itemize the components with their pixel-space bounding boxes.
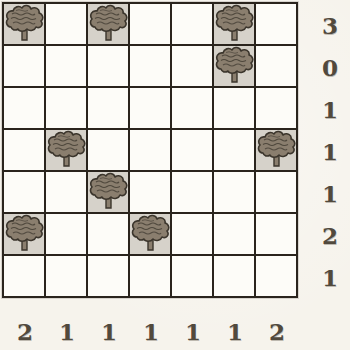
tree-cell-r1-c5 — [214, 46, 254, 86]
empty-cell-r1-c1[interactable] — [46, 46, 86, 86]
row-clue-6: 1 — [312, 256, 348, 298]
empty-cell-r4-c0[interactable] — [4, 172, 44, 212]
row-clue-2: 1 — [312, 88, 348, 130]
empty-cell-r3-c0[interactable] — [4, 130, 44, 170]
col-clue-2: 1 — [88, 312, 130, 350]
board — [2, 2, 298, 298]
tree-icon — [4, 4, 44, 44]
empty-cell-r5-c1[interactable] — [46, 214, 86, 254]
tree-cell-r0-c0 — [4, 4, 44, 44]
col-clues: 2111112 — [4, 312, 298, 350]
empty-cell-r4-c6[interactable] — [256, 172, 296, 212]
empty-cell-r6-c2[interactable] — [88, 256, 128, 296]
tree-cell-r5-c0 — [4, 214, 44, 254]
puzzle-page: 3011121 2111112 — [0, 0, 350, 350]
empty-cell-r1-c0[interactable] — [4, 46, 44, 86]
tree-icon — [46, 130, 86, 170]
row-clue-1: 0 — [312, 46, 348, 88]
tree-cell-r5-c3 — [130, 214, 170, 254]
empty-cell-r2-c0[interactable] — [4, 88, 44, 128]
empty-cell-r6-c0[interactable] — [4, 256, 44, 296]
empty-cell-r2-c1[interactable] — [46, 88, 86, 128]
empty-cell-r3-c5[interactable] — [214, 130, 254, 170]
empty-cell-r5-c6[interactable] — [256, 214, 296, 254]
empty-cell-r2-c6[interactable] — [256, 88, 296, 128]
empty-cell-r5-c2[interactable] — [88, 214, 128, 254]
tree-icon — [130, 214, 170, 254]
empty-cell-r5-c5[interactable] — [214, 214, 254, 254]
empty-cell-r1-c6[interactable] — [256, 46, 296, 86]
empty-cell-r4-c5[interactable] — [214, 172, 254, 212]
row-clue-3: 1 — [312, 130, 348, 172]
row-clue-5: 2 — [312, 214, 348, 256]
tree-cell-r0-c2 — [88, 4, 128, 44]
col-clue-0: 2 — [4, 312, 46, 350]
empty-cell-r0-c3[interactable] — [130, 4, 170, 44]
empty-cell-r4-c4[interactable] — [172, 172, 212, 212]
empty-cell-r0-c1[interactable] — [46, 4, 86, 44]
tree-icon — [214, 4, 254, 44]
empty-cell-r2-c3[interactable] — [130, 88, 170, 128]
empty-cell-r2-c4[interactable] — [172, 88, 212, 128]
tree-cell-r0-c5 — [214, 4, 254, 44]
tree-icon — [88, 172, 128, 212]
tree-icon — [4, 214, 44, 254]
empty-cell-r1-c4[interactable] — [172, 46, 212, 86]
tree-cell-r4-c2 — [88, 172, 128, 212]
empty-cell-r3-c2[interactable] — [88, 130, 128, 170]
empty-cell-r2-c2[interactable] — [88, 88, 128, 128]
col-clue-3: 1 — [130, 312, 172, 350]
empty-cell-r4-c1[interactable] — [46, 172, 86, 212]
empty-cell-r6-c6[interactable] — [256, 256, 296, 296]
tree-icon — [256, 130, 296, 170]
tree-icon — [88, 4, 128, 44]
row-clue-0: 3 — [312, 4, 348, 46]
empty-cell-r2-c5[interactable] — [214, 88, 254, 128]
empty-cell-r6-c4[interactable] — [172, 256, 212, 296]
col-clue-6: 2 — [256, 312, 298, 350]
col-clue-4: 1 — [172, 312, 214, 350]
empty-cell-r5-c4[interactable] — [172, 214, 212, 254]
col-clue-5: 1 — [214, 312, 256, 350]
row-clue-4: 1 — [312, 172, 348, 214]
empty-cell-r6-c5[interactable] — [214, 256, 254, 296]
empty-cell-r3-c4[interactable] — [172, 130, 212, 170]
empty-cell-r6-c3[interactable] — [130, 256, 170, 296]
empty-cell-r4-c3[interactable] — [130, 172, 170, 212]
empty-cell-r0-c4[interactable] — [172, 4, 212, 44]
col-clue-1: 1 — [46, 312, 88, 350]
row-clues: 3011121 — [312, 4, 348, 298]
tree-cell-r3-c6 — [256, 130, 296, 170]
empty-cell-r3-c3[interactable] — [130, 130, 170, 170]
empty-cell-r1-c3[interactable] — [130, 46, 170, 86]
tree-icon — [214, 46, 254, 86]
tree-cell-r3-c1 — [46, 130, 86, 170]
empty-cell-r0-c6[interactable] — [256, 4, 296, 44]
empty-cell-r1-c2[interactable] — [88, 46, 128, 86]
empty-cell-r6-c1[interactable] — [46, 256, 86, 296]
